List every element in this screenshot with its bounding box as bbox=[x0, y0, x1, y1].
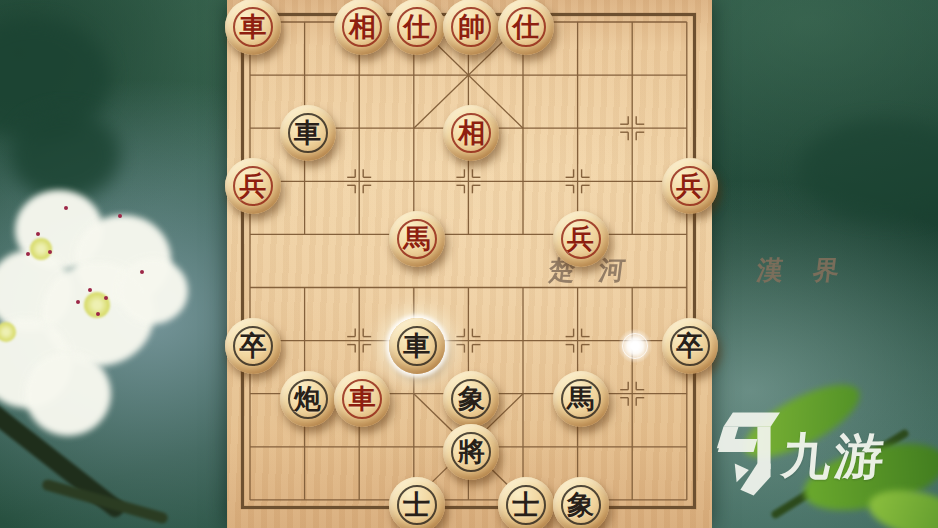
piece-character: 炮 bbox=[280, 371, 336, 427]
red-elephant[interactable]: 相 bbox=[334, 0, 390, 55]
piece-character: 車 bbox=[280, 105, 336, 161]
black-elephant[interactable]: 象 bbox=[443, 371, 499, 427]
black-horse[interactable]: 馬 bbox=[553, 371, 609, 427]
piece-character: 象 bbox=[443, 371, 499, 427]
piece-character: 馬 bbox=[553, 371, 609, 427]
black-cannon[interactable]: 炮 bbox=[280, 371, 336, 427]
xiangqi-game-screen: 楚河 漢界 車相仕帥仕車相兵兵馬兵卒車卒炮車象馬將士士象 九游 bbox=[0, 0, 938, 528]
red-general[interactable]: 帥 bbox=[443, 0, 499, 55]
red-advisor[interactable]: 仕 bbox=[498, 0, 554, 55]
jiuyou-logo-icon bbox=[714, 406, 780, 502]
watermark-text: 九游 bbox=[779, 424, 891, 490]
move-indicator[interactable] bbox=[617, 328, 653, 364]
red-chariot[interactable]: 車 bbox=[225, 0, 281, 55]
xiangqi-board[interactable]: 楚河 漢界 車相仕帥仕車相兵兵馬兵卒車卒炮車象馬將士士象 bbox=[227, 0, 712, 528]
piece-character: 象 bbox=[553, 477, 609, 528]
piece-character: 士 bbox=[389, 477, 445, 528]
piece-character: 士 bbox=[498, 477, 554, 528]
piece-character: 兵 bbox=[662, 158, 718, 214]
piece-character: 卒 bbox=[225, 318, 281, 374]
piece-character: 車 bbox=[334, 371, 390, 427]
black-advisor[interactable]: 士 bbox=[389, 477, 445, 528]
black-chariot[interactable]: 車 bbox=[389, 318, 445, 374]
red-elephant[interactable]: 相 bbox=[443, 105, 499, 161]
piece-character: 相 bbox=[443, 105, 499, 161]
red-horse[interactable]: 馬 bbox=[389, 211, 445, 267]
piece-character: 相 bbox=[334, 0, 390, 55]
piece-character: 車 bbox=[225, 0, 281, 55]
black-soldier[interactable]: 卒 bbox=[225, 318, 281, 374]
jiuyou-watermark: 九游 bbox=[710, 400, 920, 505]
red-advisor[interactable]: 仕 bbox=[389, 0, 445, 55]
piece-character: 兵 bbox=[225, 158, 281, 214]
black-general[interactable]: 將 bbox=[443, 424, 499, 480]
black-chariot[interactable]: 車 bbox=[280, 105, 336, 161]
piece-character: 卒 bbox=[662, 318, 718, 374]
piece-character: 仕 bbox=[389, 0, 445, 55]
river-label-right: 漢界 bbox=[755, 253, 871, 288]
red-soldier[interactable]: 兵 bbox=[553, 211, 609, 267]
piece-character: 車 bbox=[389, 318, 445, 374]
piece-character: 仕 bbox=[498, 0, 554, 55]
black-advisor[interactable]: 士 bbox=[498, 477, 554, 528]
piece-character: 將 bbox=[443, 424, 499, 480]
black-soldier[interactable]: 卒 bbox=[662, 318, 718, 374]
red-chariot[interactable]: 車 bbox=[334, 371, 390, 427]
red-soldier[interactable]: 兵 bbox=[225, 158, 281, 214]
piece-character: 馬 bbox=[389, 211, 445, 267]
piece-character: 兵 bbox=[553, 211, 609, 267]
black-elephant[interactable]: 象 bbox=[553, 477, 609, 528]
red-soldier[interactable]: 兵 bbox=[662, 158, 718, 214]
piece-character: 帥 bbox=[443, 0, 499, 55]
